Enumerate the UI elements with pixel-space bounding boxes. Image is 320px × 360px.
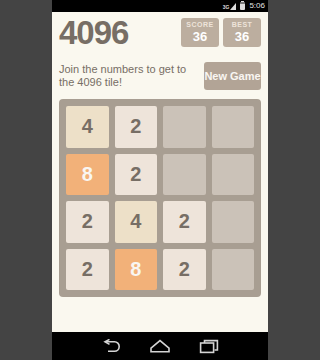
empty-cell [212, 106, 255, 148]
best-box: BEST 36 [223, 18, 261, 47]
network-type-label: 3G [223, 5, 230, 10]
best-value: 36 [235, 29, 249, 44]
nav-bar [52, 332, 268, 360]
recents-icon [199, 339, 219, 354]
status-bar: 3G 5:06 [52, 0, 268, 12]
tile-2: 2 [163, 201, 206, 243]
game-header: 4096 SCORE 36 BEST 36 [59, 15, 261, 51]
phone-screen: 3G 5:06 4096 SCORE 36 BEST 36 Join the n… [52, 0, 268, 360]
tile-2: 2 [115, 106, 158, 148]
tile-4: 4 [115, 201, 158, 243]
best-label: BEST [232, 21, 253, 28]
recents-button[interactable] [197, 337, 221, 355]
back-icon [100, 339, 122, 353]
empty-cell [212, 201, 255, 243]
tile-8: 8 [115, 249, 158, 291]
tile-2: 2 [66, 249, 109, 291]
home-icon [149, 339, 171, 353]
board[interactable]: 4282242282 [59, 99, 261, 297]
empty-cell [212, 249, 255, 291]
score-container: SCORE 36 BEST 36 [181, 18, 261, 51]
empty-cell [163, 106, 206, 148]
battery-icon [240, 2, 245, 10]
game-instructions: Join the numbers to get to the 4096 tile… [59, 63, 202, 89]
intro-row: Join the numbers to get to the 4096 tile… [59, 62, 261, 90]
tile-2: 2 [163, 249, 206, 291]
empty-cell [163, 154, 206, 196]
tile-2: 2 [66, 201, 109, 243]
clock-text: 5:06 [249, 0, 265, 12]
score-value: 36 [193, 29, 207, 44]
tile-8: 8 [66, 154, 109, 196]
signal-triangle-icon [230, 3, 236, 10]
home-button[interactable] [148, 337, 172, 355]
signal-icon: 3G [223, 3, 237, 10]
score-box: SCORE 36 [181, 18, 219, 47]
score-label: SCORE [186, 21, 213, 28]
new-game-button[interactable]: New Game [204, 62, 261, 90]
tile-4: 4 [66, 106, 109, 148]
back-button[interactable] [99, 337, 123, 355]
tile-2: 2 [115, 154, 158, 196]
empty-cell [212, 154, 255, 196]
page-title: 4096 [59, 15, 128, 51]
